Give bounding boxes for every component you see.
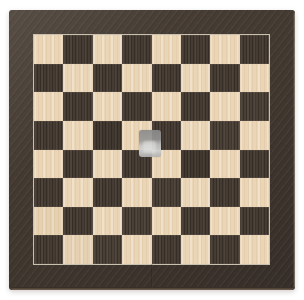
square-e8 xyxy=(152,35,181,64)
image-placeholder-icon xyxy=(139,130,161,157)
square-c4 xyxy=(93,150,122,179)
square-b8 xyxy=(63,35,92,64)
frame-joint-seam xyxy=(151,264,153,287)
square-f4 xyxy=(181,150,210,179)
square-b5 xyxy=(63,121,92,150)
square-h4 xyxy=(240,150,269,179)
square-c3 xyxy=(93,178,122,207)
square-e2 xyxy=(152,207,181,236)
square-b1 xyxy=(63,235,92,264)
square-a4 xyxy=(34,150,63,179)
square-c5 xyxy=(93,121,122,150)
chessboard-product-photo[interactable] xyxy=(0,0,304,300)
square-h7 xyxy=(240,64,269,93)
square-f3 xyxy=(181,178,210,207)
square-g7 xyxy=(210,64,239,93)
board-bottom-edge xyxy=(11,287,294,290)
square-e7 xyxy=(152,64,181,93)
square-c8 xyxy=(93,35,122,64)
square-h6 xyxy=(240,92,269,121)
square-d3 xyxy=(122,178,151,207)
square-a6 xyxy=(34,92,63,121)
square-d2 xyxy=(122,207,151,236)
square-c1 xyxy=(93,235,122,264)
square-a2 xyxy=(34,207,63,236)
square-b3 xyxy=(63,178,92,207)
square-b7 xyxy=(63,64,92,93)
square-g3 xyxy=(210,178,239,207)
square-e3 xyxy=(152,178,181,207)
square-f5 xyxy=(181,121,210,150)
square-a7 xyxy=(34,64,63,93)
square-b6 xyxy=(63,92,92,121)
square-h5 xyxy=(240,121,269,150)
square-g6 xyxy=(210,92,239,121)
square-e6 xyxy=(152,92,181,121)
board-right-edge xyxy=(293,12,295,288)
square-g4 xyxy=(210,150,239,179)
square-e1 xyxy=(152,235,181,264)
square-d7 xyxy=(122,64,151,93)
square-g1 xyxy=(210,235,239,264)
square-b2 xyxy=(63,207,92,236)
square-a5 xyxy=(34,121,63,150)
square-f8 xyxy=(181,35,210,64)
square-a8 xyxy=(34,35,63,64)
square-g8 xyxy=(210,35,239,64)
square-h3 xyxy=(240,178,269,207)
square-g2 xyxy=(210,207,239,236)
square-f2 xyxy=(181,207,210,236)
square-b4 xyxy=(63,150,92,179)
square-h1 xyxy=(240,235,269,264)
square-c7 xyxy=(93,64,122,93)
square-g5 xyxy=(210,121,239,150)
square-h2 xyxy=(240,207,269,236)
square-a3 xyxy=(34,178,63,207)
square-h8 xyxy=(240,35,269,64)
square-a1 xyxy=(34,235,63,264)
square-d6 xyxy=(122,92,151,121)
square-f6 xyxy=(181,92,210,121)
square-d8 xyxy=(122,35,151,64)
square-c6 xyxy=(93,92,122,121)
square-c2 xyxy=(93,207,122,236)
square-d1 xyxy=(122,235,151,264)
square-f1 xyxy=(181,235,210,264)
square-f7 xyxy=(181,64,210,93)
